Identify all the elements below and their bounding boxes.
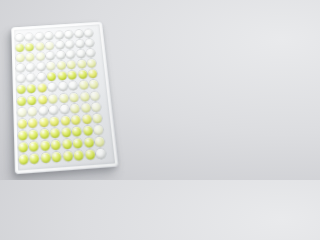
well-r9c7-yellow bbox=[82, 114, 92, 124]
well-r1c1-clear bbox=[15, 34, 24, 43]
well-r12c4-bright bbox=[52, 152, 62, 163]
well-r7c2-bright bbox=[27, 95, 36, 105]
well-r3c7-clear bbox=[76, 50, 85, 59]
well-r4c1-clear bbox=[16, 64, 25, 73]
well-r8c4-clear bbox=[49, 105, 59, 115]
well-r11c7-bright bbox=[84, 137, 94, 147]
photo-background bbox=[0, 0, 135, 180]
well-r8c5-clear bbox=[60, 104, 70, 114]
well-r5c1-clear bbox=[16, 74, 25, 83]
well-r2c4-pale bbox=[45, 42, 54, 51]
well-r12c7-bright bbox=[85, 149, 95, 160]
well-r4c7-light bbox=[77, 60, 87, 69]
well-r7c7-light bbox=[80, 92, 90, 102]
well-r11c2-bright bbox=[29, 141, 39, 151]
well-r5c8-yellow bbox=[88, 70, 98, 79]
well-r10c6-bright bbox=[72, 126, 82, 136]
well-r5c3-clear bbox=[37, 73, 46, 82]
well-r12c1-bright bbox=[18, 154, 28, 165]
well-r10c2-bright bbox=[29, 129, 39, 139]
well-r11c4-bright bbox=[51, 140, 61, 150]
well-r2c3-light bbox=[35, 42, 44, 51]
well-r5c2-clear bbox=[26, 74, 35, 83]
well-r5c7-bright bbox=[78, 70, 88, 79]
well-r6c8-light bbox=[89, 80, 99, 89]
well-r6c2-bright bbox=[27, 84, 36, 93]
well-r9c2-yellow bbox=[28, 118, 38, 128]
well-r6c3-yellow bbox=[37, 84, 46, 93]
well-r7c1-bright bbox=[17, 96, 26, 106]
well-r3c6-clear bbox=[66, 50, 75, 59]
well-r11c8-light bbox=[95, 136, 105, 146]
well-r7c4-light bbox=[48, 94, 58, 104]
well-r2c7-clear bbox=[75, 40, 84, 49]
well-r9c6-yellow bbox=[71, 115, 81, 125]
well-r8c6-light bbox=[70, 103, 80, 113]
well-grid bbox=[14, 28, 107, 166]
well-r7c3-yellow bbox=[38, 95, 48, 105]
well-r4c5-light bbox=[57, 61, 66, 70]
well-r2c5-clear bbox=[55, 41, 64, 50]
well-r12c3-bright bbox=[41, 152, 51, 163]
well-r10c4-bright bbox=[50, 128, 60, 138]
well-r9c8-light bbox=[92, 113, 102, 123]
microplate bbox=[11, 22, 118, 175]
well-r11c1-bright bbox=[18, 142, 28, 153]
well-r3c3-pale bbox=[36, 52, 45, 61]
well-r4c4-pale bbox=[46, 62, 55, 71]
well-r11c5-bright bbox=[62, 139, 72, 149]
well-r12c6-bright bbox=[74, 150, 84, 161]
well-r6c6-clear bbox=[68, 82, 78, 91]
well-r1c7-clear bbox=[74, 30, 83, 38]
well-r3c1-light bbox=[16, 54, 25, 63]
well-r10c5-bright bbox=[61, 127, 71, 137]
well-r6c7-light bbox=[79, 81, 89, 90]
well-r5c5-bright bbox=[57, 72, 66, 81]
well-r1c4-clear bbox=[45, 32, 54, 41]
well-r7c6-light bbox=[69, 92, 79, 102]
well-r8c3-clear bbox=[38, 106, 48, 116]
well-r6c1-bright bbox=[16, 85, 25, 94]
well-r8c1-pale bbox=[17, 107, 26, 117]
well-r1c3-clear bbox=[35, 32, 44, 41]
well-r4c3-clear bbox=[36, 63, 45, 72]
well-r1c2-clear bbox=[25, 33, 34, 42]
well-r5c6-bright bbox=[68, 71, 78, 80]
well-r9c4-yellow bbox=[50, 116, 60, 126]
well-r3c5-clear bbox=[56, 51, 65, 60]
well-r5c4-bright bbox=[47, 72, 56, 81]
well-r4c8-light bbox=[87, 59, 97, 68]
well-r11c3-bright bbox=[40, 140, 50, 150]
well-r9c5-yellow bbox=[60, 115, 70, 125]
well-r2c2-bright bbox=[25, 43, 34, 52]
well-r10c3-bright bbox=[39, 129, 49, 139]
well-r2c6-clear bbox=[65, 40, 74, 49]
well-r6c4-clear bbox=[48, 83, 57, 92]
well-r1c8-clear bbox=[84, 29, 93, 37]
well-r7c8-pale bbox=[90, 91, 100, 101]
well-r1c6-clear bbox=[64, 30, 73, 39]
well-r11c6-bright bbox=[73, 138, 83, 148]
well-r4c6-light bbox=[67, 61, 76, 70]
well-r8c7-light bbox=[81, 103, 91, 113]
well-r4c2-clear bbox=[26, 63, 35, 72]
well-r9c3-yellow bbox=[39, 117, 49, 127]
well-r3c2-light bbox=[26, 53, 35, 62]
well-r12c5-bright bbox=[63, 151, 73, 162]
well-r12c8-clear bbox=[96, 148, 106, 159]
well-r2c8-clear bbox=[85, 39, 94, 48]
well-r3c8-clear bbox=[86, 49, 95, 58]
well-r12c2-bright bbox=[30, 153, 40, 164]
well-r8c2-pale bbox=[28, 106, 38, 116]
well-r7c5-light bbox=[59, 93, 69, 103]
well-r10c7-bright bbox=[83, 125, 93, 135]
well-r10c8-pale bbox=[94, 125, 104, 135]
well-r2c1-bright bbox=[15, 44, 24, 53]
well-r3c4-clear bbox=[46, 52, 55, 61]
well-r9c1-yellow bbox=[17, 118, 27, 128]
well-r1c5-clear bbox=[55, 31, 64, 40]
well-r6c5-clear bbox=[58, 82, 68, 91]
well-r8c8-pale bbox=[91, 102, 101, 112]
well-r10c1-bright bbox=[18, 130, 28, 140]
